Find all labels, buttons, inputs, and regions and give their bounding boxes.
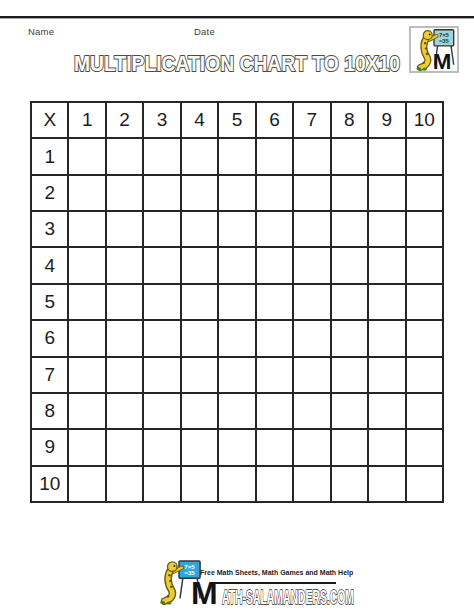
row-header-5: 5	[32, 285, 67, 319]
cell-8x10	[407, 394, 442, 428]
cell-4x10	[407, 248, 442, 282]
cell-4x2	[107, 248, 142, 282]
name-label: Name	[28, 26, 54, 37]
salamander-head-icon	[423, 31, 432, 40]
cell-10x2	[107, 467, 142, 501]
cell-7x6	[257, 358, 292, 392]
cell-7x3	[144, 358, 179, 392]
cell-6x5	[219, 321, 254, 355]
cell-2x6	[257, 176, 292, 210]
cell-9x7	[294, 430, 329, 464]
cell-8x3	[144, 394, 179, 428]
cell-5x10	[407, 285, 442, 319]
salamander-spot	[169, 580, 171, 582]
cell-10x8	[332, 467, 367, 501]
cell-6x1	[69, 321, 104, 355]
board-equation-line1: 7×5	[439, 32, 450, 38]
cell-9x10	[407, 430, 442, 464]
cell-8x5	[219, 394, 254, 428]
col-header-8: 8	[332, 103, 367, 137]
row-header-2: 2	[32, 176, 67, 210]
cell-3x9	[369, 212, 404, 246]
cell-4x5	[219, 248, 254, 282]
cell-7x10	[407, 358, 442, 392]
cell-7x5	[219, 358, 254, 392]
row-header-6: 6	[32, 321, 67, 355]
cell-4x6	[257, 248, 292, 282]
cell-9x5	[219, 430, 254, 464]
cell-5x4	[182, 285, 217, 319]
cell-1x7	[294, 139, 329, 173]
cell-1x5	[219, 139, 254, 173]
cell-3x7	[294, 212, 329, 246]
row-header-3: 3	[32, 212, 67, 246]
cell-5x8	[332, 285, 367, 319]
cell-4x9	[369, 248, 404, 282]
cell-2x1	[69, 176, 104, 210]
cell-6x8	[332, 321, 367, 355]
salamander-head-icon	[168, 562, 178, 572]
cell-1x1	[69, 139, 104, 173]
cell-3x5	[219, 212, 254, 246]
cell-7x8	[332, 358, 367, 392]
cell-10x4	[182, 467, 217, 501]
cell-4x1	[69, 248, 104, 282]
cell-7x4	[182, 358, 217, 392]
cell-8x1	[69, 394, 104, 428]
cell-7x9	[369, 358, 404, 392]
salamander-eye-icon	[429, 34, 431, 36]
col-header-5: 5	[219, 103, 254, 137]
cell-3x8	[332, 212, 367, 246]
cell-10x1	[69, 467, 104, 501]
cell-8x8	[332, 394, 367, 428]
cell-3x10	[407, 212, 442, 246]
cell-1x2	[107, 139, 142, 173]
cell-5x3	[144, 285, 179, 319]
multiplication-grid: X1234567891012345678910	[30, 101, 444, 503]
cell-6x10	[407, 321, 442, 355]
col-header-4: 4	[182, 103, 217, 137]
cell-2x10	[407, 176, 442, 210]
cell-3x6	[257, 212, 292, 246]
site-name: ATH-SALAMANDERS.COM	[217, 584, 367, 610]
site-name-text: ATH-SALAMANDERS.COM	[222, 585, 354, 608]
cell-5x9	[369, 285, 404, 319]
cell-3x2	[107, 212, 142, 246]
cell-4x8	[332, 248, 367, 282]
cell-3x1	[69, 212, 104, 246]
cell-5x6	[257, 285, 292, 319]
cell-2x5	[219, 176, 254, 210]
cell-3x3	[144, 212, 179, 246]
cell-9x9	[369, 430, 404, 464]
row-header-9: 9	[32, 430, 67, 464]
cell-7x2	[107, 358, 142, 392]
corner-cell-x: X	[32, 103, 67, 137]
cell-9x1	[69, 430, 104, 464]
cell-2x9	[369, 176, 404, 210]
row-header-7: 7	[32, 358, 67, 392]
salamander-eye-icon	[173, 565, 175, 567]
cell-2x3	[144, 176, 179, 210]
board-equation-line2: =35	[439, 38, 450, 44]
cell-10x9	[369, 467, 404, 501]
cell-7x1	[69, 358, 104, 392]
row-header-10: 10	[32, 467, 67, 501]
cell-9x8	[332, 430, 367, 464]
col-header-3: 3	[144, 103, 179, 137]
cell-8x4	[182, 394, 217, 428]
page-title: MULTIPLICATION CHART TO 10X10	[30, 45, 444, 79]
cell-4x7	[294, 248, 329, 282]
cell-10x3	[144, 467, 179, 501]
cell-9x2	[107, 430, 142, 464]
cell-5x5	[219, 285, 254, 319]
cell-8x6	[257, 394, 292, 428]
cell-9x6	[257, 430, 292, 464]
cell-5x7	[294, 285, 329, 319]
col-header-9: 9	[369, 103, 404, 137]
cell-10x7	[294, 467, 329, 501]
col-header-6: 6	[257, 103, 292, 137]
col-header-10: 10	[407, 103, 442, 137]
col-header-2: 2	[107, 103, 142, 137]
row-header-8: 8	[32, 394, 67, 428]
cell-6x7	[294, 321, 329, 355]
salamander-spot	[168, 574, 170, 576]
cell-9x4	[182, 430, 217, 464]
site-name-m-letter: M	[191, 577, 218, 609]
cell-8x7	[294, 394, 329, 428]
page-title-text: MULTIPLICATION CHART TO 10X10	[74, 51, 400, 76]
footer: 7×5 =35 Free Math Sheets, Math Games and…	[155, 557, 360, 611]
cell-1x9	[369, 139, 404, 173]
col-header-1: 1	[69, 103, 104, 137]
date-label: Date	[194, 26, 215, 37]
cell-2x7	[294, 176, 329, 210]
salamander-foot-icon	[166, 602, 171, 605]
cell-5x1	[69, 285, 104, 319]
row-header-4: 4	[32, 248, 67, 282]
cell-6x3	[144, 321, 179, 355]
salamander-spot	[167, 595, 169, 597]
cell-2x8	[332, 176, 367, 210]
cell-5x2	[107, 285, 142, 319]
cell-2x4	[182, 176, 217, 210]
cell-1x4	[182, 139, 217, 173]
cell-2x2	[107, 176, 142, 210]
cell-4x4	[182, 248, 217, 282]
cell-6x4	[182, 321, 217, 355]
cell-1x3	[144, 139, 179, 173]
col-header-7: 7	[294, 103, 329, 137]
salamander-spot	[170, 586, 172, 588]
cell-8x2	[107, 394, 142, 428]
cell-9x3	[144, 430, 179, 464]
cell-1x10	[407, 139, 442, 173]
cell-7x7	[294, 358, 329, 392]
cell-1x6	[257, 139, 292, 173]
cell-6x9	[369, 321, 404, 355]
cell-10x5	[219, 467, 254, 501]
top-rule	[0, 16, 474, 18]
cell-6x2	[107, 321, 142, 355]
cell-3x4	[182, 212, 217, 246]
salamander-foot-icon	[160, 601, 165, 604]
cell-1x8	[332, 139, 367, 173]
cell-8x9	[369, 394, 404, 428]
worksheet-page: Name Date 7×5 =35 M MULTIPLICATION CHART…	[0, 0, 474, 613]
cell-10x10	[407, 467, 442, 501]
cell-10x6	[257, 467, 292, 501]
footer-tagline: Free Math Sheets, Math Games and Math He…	[200, 569, 332, 576]
cell-4x3	[144, 248, 179, 282]
cell-6x6	[257, 321, 292, 355]
row-header-1: 1	[32, 139, 67, 173]
